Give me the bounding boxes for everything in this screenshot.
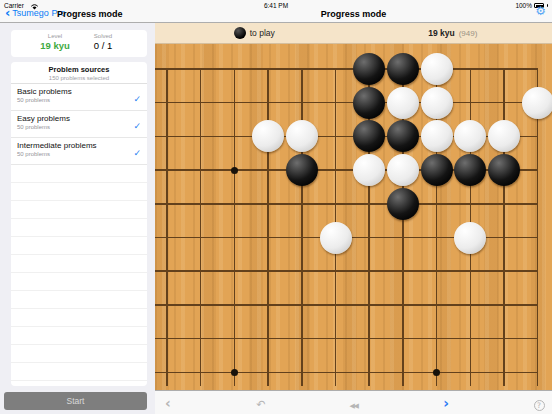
black-stone (421, 154, 453, 186)
white-stone (252, 120, 284, 152)
grid-line-horizontal (155, 203, 538, 205)
white-stone (387, 87, 419, 119)
grid-line-horizontal (155, 304, 538, 306)
black-stone (353, 120, 385, 152)
app-screen: Carrier 6:41 PM 100% ‹ Tsumego Pro Progr… (0, 0, 552, 414)
empty-list-row (11, 165, 147, 183)
empty-list-row (11, 327, 147, 345)
empty-list-row (11, 363, 147, 381)
star-point (433, 369, 440, 376)
rating-label: (949) (459, 29, 478, 38)
black-stone (387, 120, 419, 152)
white-stone (320, 222, 352, 254)
checkmark-icon: ✓ (133, 94, 141, 104)
black-stone (387, 53, 419, 85)
next-icon: › (443, 395, 449, 411)
white-stone (454, 120, 486, 152)
grid-line-horizontal (155, 372, 538, 374)
white-stone (286, 120, 318, 152)
white-stone (421, 120, 453, 152)
to-play-label: to play (250, 28, 275, 38)
white-stone (353, 154, 385, 186)
white-stone (421, 53, 453, 85)
grid-line-vertical (267, 68, 269, 386)
white-stone (488, 120, 520, 152)
stats-card: Level 19 kyu Solved 0 / 1 (11, 30, 147, 57)
empty-list-row (11, 273, 147, 291)
problem-sources-list: Basic problems50 problems✓Easy problems5… (11, 87, 147, 381)
star-point (231, 369, 238, 376)
rewind-button[interactable]: ◀◀ (344, 393, 364, 412)
empty-list-row (11, 201, 147, 219)
problem-sources-subtitle: 150 problems selected (11, 75, 147, 81)
help-button[interactable]: ? (529, 393, 549, 412)
battery-tip (547, 4, 549, 7)
rank-label: 19 kyu (428, 28, 454, 38)
grid-line-horizontal (155, 102, 538, 104)
bottom-toolbar: ‹↶◀◀›? (155, 390, 552, 414)
to-play-indicator: to play (155, 23, 354, 43)
level-value: 19 kyu (38, 40, 72, 51)
black-stone (454, 154, 486, 186)
top-bar: Carrier 6:41 PM 100% ‹ Tsumego Pro Progr… (0, 0, 552, 23)
previous-icon: ‹ (165, 395, 171, 411)
board-header-strip: to play 19 kyu (949) (155, 23, 552, 44)
rank-indicator: 19 kyu (949) (354, 23, 552, 43)
grid-line-horizontal (155, 68, 538, 70)
source-title: Intermediate problems (17, 141, 147, 150)
black-stone (488, 154, 520, 186)
grid-line-vertical (234, 68, 236, 386)
grid-line-vertical (166, 68, 168, 386)
grid-line-vertical (503, 68, 505, 386)
empty-list-row (11, 237, 147, 255)
source-row-basic-problems[interactable]: Basic problems50 problems✓ (11, 87, 147, 111)
grid-line-vertical (200, 68, 202, 386)
empty-list-row (11, 309, 147, 327)
black-stone (353, 87, 385, 119)
white-stone (387, 154, 419, 186)
rewind-icon: ◀◀ (350, 402, 358, 410)
level-stat: Level 19 kyu (38, 33, 72, 57)
checkmark-icon: ✓ (133, 148, 141, 158)
checkmark-icon: ✓ (133, 121, 141, 131)
empty-list-row (11, 255, 147, 273)
black-stone-icon (234, 27, 246, 39)
undo-icon: ↶ (256, 398, 265, 411)
undo-button[interactable]: ↶ (251, 393, 271, 412)
empty-list-row (11, 219, 147, 237)
source-row-easy-problems[interactable]: Easy problems50 problems✓ (11, 114, 147, 138)
problem-sources-title: Problem sources (11, 65, 147, 74)
solved-stat: Solved 0 / 1 (86, 33, 120, 57)
start-button[interactable]: Start (4, 392, 147, 410)
white-stone (421, 87, 453, 119)
white-stone (522, 87, 552, 119)
problem-sources-card: Problem sources 150 problems selected Ba… (11, 62, 147, 386)
help-icon: ? (534, 400, 545, 411)
master-title: Progress mode (57, 9, 123, 19)
previous-button[interactable]: ‹ (158, 393, 178, 412)
grid-line-horizontal (155, 270, 538, 272)
next-button[interactable]: › (436, 393, 456, 412)
source-title: Basic problems (17, 87, 147, 96)
empty-list-row (11, 345, 147, 363)
black-stone (387, 188, 419, 220)
source-row-intermediate-problems[interactable]: Intermediate problems50 problems✓ (11, 141, 147, 165)
empty-list-row (11, 291, 147, 309)
level-label: Level (38, 33, 72, 39)
solved-label: Solved (86, 33, 120, 39)
solved-value: 0 / 1 (86, 40, 120, 51)
source-subtitle: 50 problems (17, 124, 147, 130)
clock-label: 6:41 PM (0, 2, 552, 9)
problem-sources-header: Problem sources 150 problems selected (11, 62, 147, 84)
black-stone (353, 53, 385, 85)
battery-percent-label: 100% (515, 2, 532, 9)
grid-line-horizontal (155, 338, 538, 340)
source-subtitle: 50 problems (17, 97, 147, 103)
board-pane: to play 19 kyu (949) ‹↶◀◀›? (155, 23, 552, 414)
grid-line-vertical (301, 68, 303, 386)
source-title: Easy problems (17, 114, 147, 123)
chevron-left-icon: ‹ (5, 6, 10, 19)
page-title: Progress mode (155, 9, 552, 19)
source-subtitle: 50 problems (17, 151, 147, 157)
settings-gear-icon[interactable]: ⚙ (535, 5, 546, 17)
white-stone (454, 222, 486, 254)
sidebar: Level 19 kyu Solved 0 / 1 Problem source… (0, 23, 155, 414)
black-stone (286, 154, 318, 186)
empty-list-row (11, 183, 147, 201)
go-board[interactable] (155, 44, 552, 390)
star-point (231, 167, 238, 174)
